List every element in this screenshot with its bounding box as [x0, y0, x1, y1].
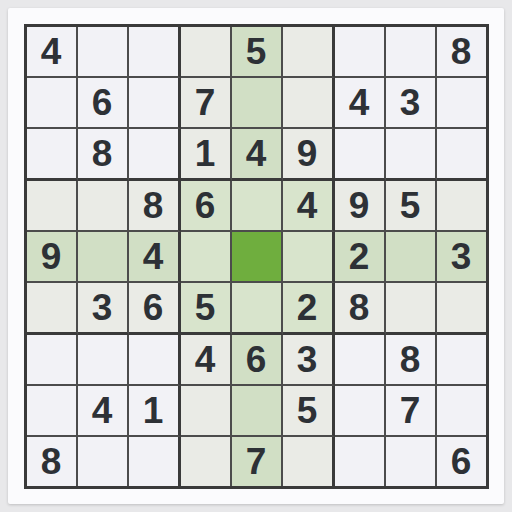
cell-r7c9[interactable]: [437, 335, 486, 386]
page-background: 458674381498649594233652846384157876: [0, 0, 512, 512]
cell-r4c6[interactable]: 4: [283, 181, 335, 232]
cell-r8c4[interactable]: [181, 386, 232, 437]
cell-r3c8[interactable]: [386, 129, 437, 181]
cell-digit: 4: [297, 187, 318, 224]
cell-r3c9[interactable]: [437, 129, 486, 181]
cell-r6c4[interactable]: 5: [181, 283, 232, 335]
cell-digit: 8: [143, 187, 164, 224]
cell-r5c4[interactable]: [181, 232, 232, 283]
cell-digit: 6: [451, 443, 472, 480]
cell-r5c5[interactable]: [232, 232, 283, 283]
cell-r8c6[interactable]: 5: [283, 386, 335, 437]
cell-digit: 2: [297, 289, 318, 326]
cell-r1c6[interactable]: [283, 27, 335, 78]
cell-r4c1[interactable]: [27, 181, 78, 232]
cell-digit: 4: [41, 33, 62, 70]
cell-r3c5[interactable]: 4: [232, 129, 283, 181]
cell-r1c4[interactable]: [181, 27, 232, 78]
cell-r1c2[interactable]: [78, 27, 129, 78]
cell-r6c1[interactable]: [27, 283, 78, 335]
cell-r2c8[interactable]: 3: [386, 78, 437, 129]
cell-r9c6[interactable]: [283, 437, 335, 486]
cell-r3c7[interactable]: [335, 129, 386, 181]
cell-r7c3[interactable]: [129, 335, 181, 386]
cell-digit: 1: [143, 392, 164, 429]
cell-r8c1[interactable]: [27, 386, 78, 437]
cell-digit: 1: [195, 135, 216, 172]
cell-r1c3[interactable]: [129, 27, 181, 78]
cell-r3c4[interactable]: 1: [181, 129, 232, 181]
cell-digit: 5: [195, 289, 216, 326]
cell-r8c9[interactable]: [437, 386, 486, 437]
cell-digit: 9: [41, 238, 62, 275]
cell-digit: 6: [143, 289, 164, 326]
cell-digit: 4: [143, 238, 164, 275]
cell-r5c8[interactable]: [386, 232, 437, 283]
cell-digit: 4: [349, 84, 370, 121]
cell-digit: 2: [349, 238, 370, 275]
cell-r9c8[interactable]: [386, 437, 437, 486]
cell-r4c7[interactable]: 9: [335, 181, 386, 232]
cell-r1c8[interactable]: [386, 27, 437, 78]
cell-r6c5[interactable]: [232, 283, 283, 335]
cell-r5c1[interactable]: 9: [27, 232, 78, 283]
cell-r4c4[interactable]: 6: [181, 181, 232, 232]
cell-r2c6[interactable]: [283, 78, 335, 129]
cell-r6c3[interactable]: 6: [129, 283, 181, 335]
cell-r8c3[interactable]: 1: [129, 386, 181, 437]
cell-r2c4[interactable]: 7: [181, 78, 232, 129]
cell-r2c2[interactable]: 6: [78, 78, 129, 129]
cell-r8c7[interactable]: [335, 386, 386, 437]
cell-r1c5[interactable]: 5: [232, 27, 283, 78]
cell-digit: 5: [246, 33, 267, 70]
cell-r9c9[interactable]: 6: [437, 437, 486, 486]
cell-r8c8[interactable]: 7: [386, 386, 437, 437]
cell-r2c9[interactable]: [437, 78, 486, 129]
cell-r3c1[interactable]: [27, 129, 78, 181]
cell-digit: 4: [246, 135, 267, 172]
cell-r9c2[interactable]: [78, 437, 129, 486]
cell-digit: 7: [400, 392, 421, 429]
cell-r9c4[interactable]: [181, 437, 232, 486]
cell-r5c6[interactable]: [283, 232, 335, 283]
cell-digit: 3: [400, 84, 421, 121]
cell-digit: 6: [246, 341, 267, 378]
cell-r7c8[interactable]: 8: [386, 335, 437, 386]
cell-r6c2[interactable]: 3: [78, 283, 129, 335]
cell-digit: 9: [349, 187, 370, 224]
cell-digit: 4: [92, 392, 113, 429]
sudoku-board: 458674381498649594233652846384157876: [24, 24, 489, 489]
cell-digit: 9: [297, 135, 318, 172]
cell-r3c2[interactable]: 8: [78, 129, 129, 181]
cell-r9c5[interactable]: 7: [232, 437, 283, 486]
cell-r9c3[interactable]: [129, 437, 181, 486]
cell-r5c9[interactable]: 3: [437, 232, 486, 283]
cell-digit: 8: [451, 33, 472, 70]
cell-digit: 5: [400, 187, 421, 224]
cell-r4c3[interactable]: 8: [129, 181, 181, 232]
cell-r7c7[interactable]: [335, 335, 386, 386]
cell-r6c7[interactable]: 8: [335, 283, 386, 335]
cell-r1c7[interactable]: [335, 27, 386, 78]
cell-r7c5[interactable]: 6: [232, 335, 283, 386]
cell-r5c2[interactable]: [78, 232, 129, 283]
cell-r9c7[interactable]: [335, 437, 386, 486]
cell-r6c6[interactable]: 2: [283, 283, 335, 335]
cell-digit: 8: [92, 135, 113, 172]
cell-digit: 8: [400, 341, 421, 378]
cell-digit: 8: [349, 289, 370, 326]
cell-digit: 3: [451, 238, 472, 275]
cell-digit: 6: [92, 84, 113, 121]
cell-r4c2[interactable]: [78, 181, 129, 232]
cell-r7c2[interactable]: [78, 335, 129, 386]
cell-digit: 8: [41, 443, 62, 480]
cell-r6c9[interactable]: [437, 283, 486, 335]
cell-r1c1[interactable]: 4: [27, 27, 78, 78]
cell-r4c8[interactable]: 5: [386, 181, 437, 232]
cell-r2c1[interactable]: [27, 78, 78, 129]
cell-digit: 7: [195, 84, 216, 121]
cell-digit: 7: [246, 443, 267, 480]
cell-digit: 3: [297, 341, 318, 378]
cell-r5c7[interactable]: 2: [335, 232, 386, 283]
cell-r4c5[interactable]: [232, 181, 283, 232]
cell-r2c7[interactable]: 4: [335, 78, 386, 129]
cell-digit: 3: [92, 289, 113, 326]
cell-r1c9[interactable]: 8: [437, 27, 486, 78]
cell-r5c3[interactable]: 4: [129, 232, 181, 283]
cell-r8c2[interactable]: 4: [78, 386, 129, 437]
cell-digit: 4: [195, 341, 216, 378]
cell-r2c3[interactable]: [129, 78, 181, 129]
cell-r8c5[interactable]: [232, 386, 283, 437]
cell-r7c1[interactable]: [27, 335, 78, 386]
cell-r6c8[interactable]: [386, 283, 437, 335]
cell-r9c1[interactable]: 8: [27, 437, 78, 486]
cell-digit: 6: [195, 187, 216, 224]
cell-digit: 5: [297, 392, 318, 429]
cell-r7c4[interactable]: 4: [181, 335, 232, 386]
cell-r3c3[interactable]: [129, 129, 181, 181]
cell-r2c5[interactable]: [232, 78, 283, 129]
cell-r4c9[interactable]: [437, 181, 486, 232]
cell-r7c6[interactable]: 3: [283, 335, 335, 386]
board-panel: 458674381498649594233652846384157876: [8, 8, 504, 504]
cell-r3c6[interactable]: 9: [283, 129, 335, 181]
